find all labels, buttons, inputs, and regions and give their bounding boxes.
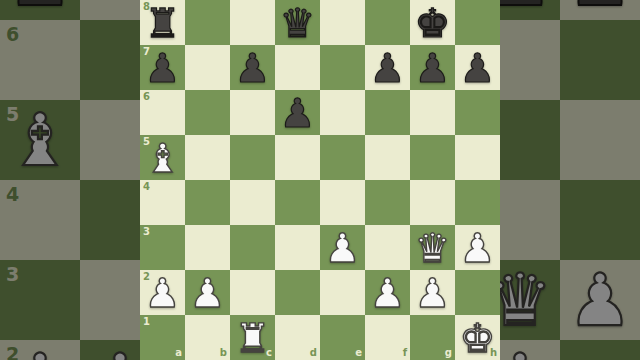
square-f2[interactable]: ♟ — [365, 270, 410, 315]
square-g2[interactable]: ♟ — [410, 270, 455, 315]
piece-white-pawn[interactable]: ♟ — [145, 273, 181, 313]
square-e7[interactable] — [320, 45, 365, 90]
square-g6[interactable] — [410, 90, 455, 135]
square-c7[interactable]: ♟ — [230, 45, 275, 90]
piece-black-pawn[interactable]: ♟ — [460, 48, 496, 88]
square-d4[interactable] — [275, 180, 320, 225]
square-g5[interactable] — [410, 135, 455, 180]
square-h6[interactable] — [455, 90, 500, 135]
square-h7[interactable]: ♟ — [455, 45, 500, 90]
square-b1[interactable]: b — [185, 315, 230, 360]
square-h4[interactable] — [455, 180, 500, 225]
square-f8[interactable] — [365, 0, 410, 45]
square-b3[interactable] — [185, 225, 230, 270]
square-h1[interactable]: h♚ — [455, 315, 500, 360]
rank-label-1: 1 — [143, 317, 150, 327]
square-f5[interactable] — [365, 135, 410, 180]
square-h8[interactable] — [455, 0, 500, 45]
square-c1[interactable]: c♜ — [230, 315, 275, 360]
piece-black-rook[interactable]: ♜ — [145, 3, 181, 43]
square-a2[interactable]: 2♟ — [140, 270, 185, 315]
square-g1[interactable]: g — [410, 315, 455, 360]
square-b4[interactable] — [185, 180, 230, 225]
square-e8[interactable] — [320, 0, 365, 45]
square-f3[interactable] — [365, 225, 410, 270]
square-f7[interactable]: ♟ — [365, 45, 410, 90]
square-h5[interactable] — [455, 135, 500, 180]
square-d2[interactable] — [275, 270, 320, 315]
square-d8[interactable]: ♛ — [275, 0, 320, 45]
square-f1[interactable]: f — [365, 315, 410, 360]
piece-white-bishop[interactable]: ♝ — [145, 138, 181, 178]
square-d6[interactable]: ♟ — [275, 90, 320, 135]
square-e5[interactable] — [320, 135, 365, 180]
square-a7[interactable]: 7♟ — [140, 45, 185, 90]
rank-label-6: 6 — [143, 92, 150, 102]
square-d3[interactable] — [275, 225, 320, 270]
square-a8[interactable]: 8♜ — [140, 0, 185, 45]
square-e4[interactable] — [320, 180, 365, 225]
square-a4[interactable]: 4 — [140, 180, 185, 225]
file-label-d: d — [310, 348, 317, 358]
square-f6[interactable] — [365, 90, 410, 135]
square-e1[interactable]: e — [320, 315, 365, 360]
square-b6[interactable] — [185, 90, 230, 135]
square-g3[interactable]: ♛ — [410, 225, 455, 270]
piece-black-pawn[interactable]: ♟ — [235, 48, 271, 88]
rank-label-3: 3 — [143, 227, 150, 237]
square-a1[interactable]: 1a — [140, 315, 185, 360]
square-e6[interactable] — [320, 90, 365, 135]
square-b2[interactable]: ♟ — [185, 270, 230, 315]
square-f4[interactable] — [365, 180, 410, 225]
square-c8[interactable] — [230, 0, 275, 45]
file-label-f: f — [403, 348, 407, 358]
piece-white-rook[interactable]: ♜ — [235, 318, 271, 358]
piece-white-pawn[interactable]: ♟ — [325, 228, 361, 268]
square-d1[interactable]: d — [275, 315, 320, 360]
piece-black-pawn[interactable]: ♟ — [415, 48, 451, 88]
file-label-b: b — [220, 348, 227, 358]
square-b5[interactable] — [185, 135, 230, 180]
chess-video-frame: 8♜♛♚7♟♟♟♟♟6♟5♝43♟♛♟2♟♟♟♟1abc♜defgh♚ 8♜♛♚… — [0, 0, 640, 360]
file-label-a: a — [175, 348, 182, 358]
file-label-e: e — [355, 348, 362, 358]
square-g4[interactable] — [410, 180, 455, 225]
piece-black-queen[interactable]: ♛ — [280, 3, 316, 43]
piece-black-king[interactable]: ♚ — [415, 3, 451, 43]
rank-label-4: 4 — [143, 182, 150, 192]
square-d7[interactable] — [275, 45, 320, 90]
piece-white-king[interactable]: ♚ — [460, 318, 496, 358]
piece-white-pawn[interactable]: ♟ — [415, 273, 451, 313]
square-c3[interactable] — [230, 225, 275, 270]
chess-board: 8♜♛♚7♟♟♟♟♟6♟5♝43♟♛♟2♟♟♟♟1abc♜defgh♚ — [140, 0, 500, 360]
square-g8[interactable]: ♚ — [410, 0, 455, 45]
square-d5[interactable] — [275, 135, 320, 180]
piece-white-pawn[interactable]: ♟ — [190, 273, 226, 313]
piece-black-pawn[interactable]: ♟ — [145, 48, 181, 88]
square-h2[interactable] — [455, 270, 500, 315]
piece-black-pawn[interactable]: ♟ — [280, 93, 316, 133]
piece-white-queen[interactable]: ♛ — [415, 228, 451, 268]
piece-white-pawn[interactable]: ♟ — [370, 273, 406, 313]
square-c5[interactable] — [230, 135, 275, 180]
square-a5[interactable]: 5♝ — [140, 135, 185, 180]
square-h3[interactable]: ♟ — [455, 225, 500, 270]
piece-black-pawn[interactable]: ♟ — [370, 48, 406, 88]
square-g7[interactable]: ♟ — [410, 45, 455, 90]
square-a3[interactable]: 3 — [140, 225, 185, 270]
square-c6[interactable] — [230, 90, 275, 135]
square-e2[interactable] — [320, 270, 365, 315]
square-c2[interactable] — [230, 270, 275, 315]
square-a6[interactable]: 6 — [140, 90, 185, 135]
piece-white-pawn[interactable]: ♟ — [460, 228, 496, 268]
square-b8[interactable] — [185, 0, 230, 45]
square-c4[interactable] — [230, 180, 275, 225]
file-label-g: g — [445, 348, 452, 358]
square-e3[interactable]: ♟ — [320, 225, 365, 270]
square-b7[interactable] — [185, 45, 230, 90]
